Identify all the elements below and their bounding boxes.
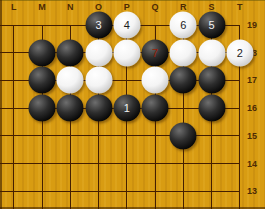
move-number: 4 bbox=[124, 20, 130, 31]
row-label-19: 19 bbox=[247, 21, 257, 30]
move-number: 5 bbox=[209, 20, 215, 31]
column-label-M: M bbox=[38, 2, 46, 11]
black-stone-M18 bbox=[29, 39, 56, 66]
go-board[interactable]: LMNOPQRST 19181716151413 3465721 bbox=[0, 0, 265, 209]
black-stone-Q16 bbox=[142, 95, 169, 122]
white-stone-T18: 2 bbox=[226, 39, 253, 66]
black-stone-O19: 3 bbox=[85, 12, 112, 39]
column-label-T: T bbox=[237, 2, 243, 11]
board-bottom-edge bbox=[0, 207, 265, 209]
black-stone-S19: 5 bbox=[198, 12, 225, 39]
black-stone-R17 bbox=[170, 67, 197, 94]
row-label-16: 16 bbox=[247, 104, 257, 113]
white-stone-R18 bbox=[170, 39, 197, 66]
column-label-N: N bbox=[67, 2, 74, 11]
black-stone-N16 bbox=[57, 95, 84, 122]
move-number: 1 bbox=[124, 103, 130, 114]
board-left-edge bbox=[0, 0, 2, 209]
white-stone-N17 bbox=[57, 67, 84, 94]
white-stone-O17 bbox=[85, 67, 112, 94]
black-stone-R15 bbox=[170, 122, 197, 149]
black-stone-S16 bbox=[198, 95, 225, 122]
move-number: 6 bbox=[180, 20, 186, 31]
grid-line-row-13 bbox=[0, 191, 240, 192]
black-stone-N18 bbox=[57, 39, 84, 66]
column-label-S: S bbox=[209, 2, 215, 11]
column-label-Q: Q bbox=[152, 2, 159, 11]
row-label-14: 14 bbox=[247, 159, 257, 168]
column-label-R: R bbox=[180, 2, 187, 11]
black-stone-S17 bbox=[198, 67, 225, 94]
black-stone-Q18: 7 bbox=[142, 39, 169, 66]
column-label-P: P bbox=[124, 2, 130, 11]
white-stone-S18 bbox=[198, 39, 225, 66]
move-number: 2 bbox=[237, 47, 243, 58]
black-stone-O16 bbox=[85, 95, 112, 122]
column-label-L: L bbox=[11, 2, 17, 11]
row-label-17: 17 bbox=[247, 76, 257, 85]
white-stone-P19: 4 bbox=[113, 12, 140, 39]
move-number: 3 bbox=[95, 20, 101, 31]
white-stone-R19: 6 bbox=[170, 12, 197, 39]
white-stone-P18 bbox=[113, 39, 140, 66]
grid-line-row-14 bbox=[0, 163, 240, 164]
grid-line-row-15 bbox=[0, 135, 240, 136]
row-label-15: 15 bbox=[247, 131, 257, 140]
row-label-13: 13 bbox=[247, 187, 257, 196]
black-stone-M16 bbox=[29, 95, 56, 122]
black-stone-P16: 1 bbox=[113, 95, 140, 122]
white-stone-O18 bbox=[85, 39, 112, 66]
black-stone-M17 bbox=[29, 67, 56, 94]
white-stone-Q17 bbox=[142, 67, 169, 94]
column-label-O: O bbox=[95, 2, 102, 11]
move-number: 7 bbox=[152, 47, 158, 58]
